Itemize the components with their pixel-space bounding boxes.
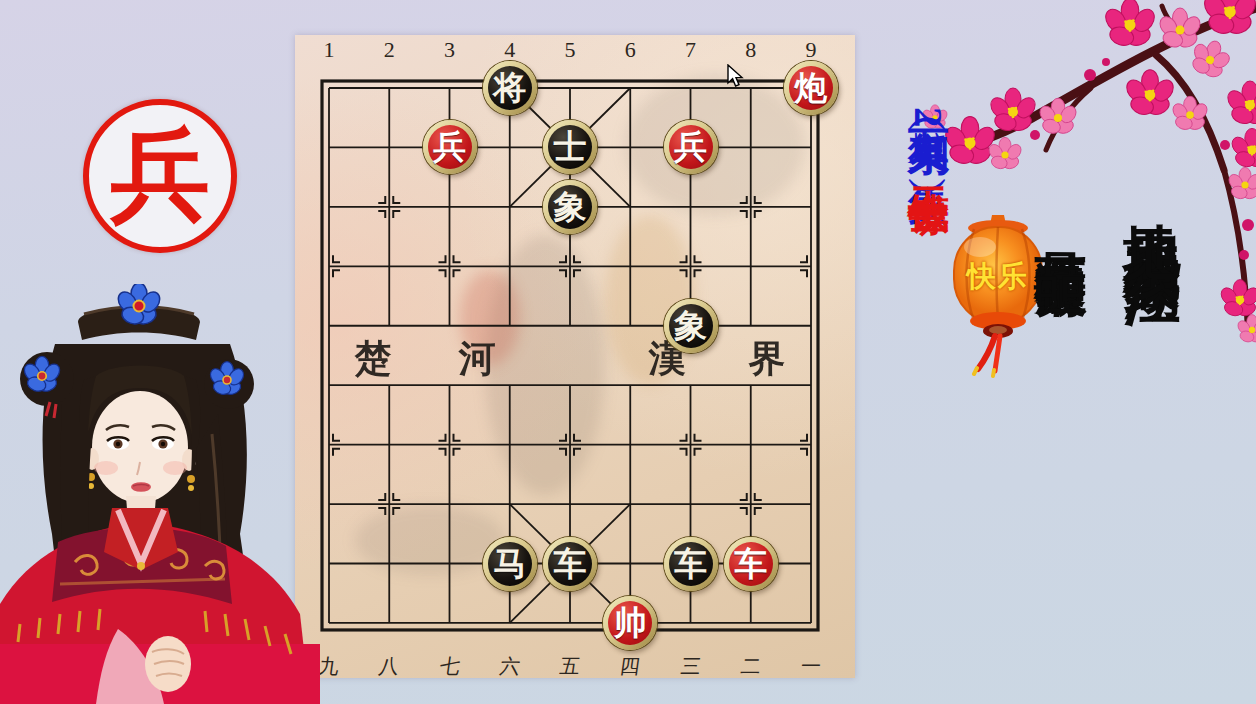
file-label-top-5: 5 [556,37,584,63]
piece-glyph: 将 [493,66,526,110]
piece-face: 车 [729,542,773,586]
piece-face: 兵 [669,125,713,169]
series-name: 万集系列（21集） [906,97,952,156]
piece-black-马-file4-row8[interactable]: 马 [483,537,537,591]
file-label-top-8: 8 [737,37,765,63]
file-label-bottom-7: 三 [675,653,707,680]
piece-glyph: 车 [554,542,587,586]
file-label-top-3: 3 [436,37,464,63]
piece-glyph: 马 [493,542,526,586]
piece-face: 车 [548,542,592,586]
red-lantern: 快乐 [950,213,1050,378]
piece-glyph: 象 [674,304,707,348]
piece-face: 车 [669,542,713,586]
piece-glyph: 兵 [433,125,466,169]
piece-face: 炮 [789,66,833,110]
piece-black-将-file4-row0[interactable]: 将 [483,61,537,115]
piece-red-车-file8-row8[interactable]: 车 [724,537,778,591]
piece-face: 马 [488,542,532,586]
file-label-bottom-8: 二 [735,653,767,680]
plum-blossom-branch [856,0,1256,360]
file-label-top-6: 6 [616,37,644,63]
river-char-2: 河 [455,334,499,384]
file-label-bottom-2: 八 [373,653,405,680]
piece-glyph: 车 [734,542,767,586]
lantern-text: 快乐 [950,257,1046,297]
piece-face: 象 [669,304,713,348]
piece-glyph: 帅 [614,601,647,645]
piece-red-帅-file6-row9[interactable]: 帅 [603,596,657,650]
piece-glyph: 士 [554,125,587,169]
stamp-character: 兵 [110,126,210,226]
piece-glyph: 象 [554,185,587,229]
file-label-top-7: 7 [677,37,705,63]
file-label-bottom-3: 七 [434,653,466,680]
piece-red-兵-file3-row1[interactable]: 兵 [423,120,477,174]
file-label-top-4: 4 [496,37,524,63]
piece-face: 将 [488,66,532,110]
piece-face: 兵 [428,125,472,169]
qing-dynasty-lady-illustration [0,284,330,704]
piece-face: 士 [548,125,592,169]
file-label-bottom-5: 五 [554,653,586,680]
xiangqi-board-panel[interactable]: 123456789 九八七六五四三二一 楚河漢界 将炮兵士兵象象马车车车帅 [295,35,855,678]
piece-glyph: 车 [674,542,707,586]
file-label-top-1: 1 [315,37,343,63]
piece-face: 帅 [608,601,652,645]
file-label-bottom-9: 一 [795,653,827,680]
file-label-top-2: 2 [375,37,403,63]
file-label-top-9: 9 [797,37,825,63]
river-char-1: 楚 [351,334,395,384]
series-title-column: 万集系列（21集）十二金钱镖 [902,97,957,166]
river-char-4: 界 [745,334,789,384]
mouse-cursor [727,64,745,88]
piece-black-车-file5-row8[interactable]: 车 [543,537,597,591]
soldier-stamp-seal: 兵 [83,99,237,253]
video-frame: { "game": "xiangqi (Chinese chess) endga… [0,0,1256,704]
file-label-bottom-6: 四 [614,653,646,680]
piece-black-象-file7-row4[interactable]: 象 [664,299,718,353]
piece-glyph: 兵 [674,125,707,169]
piece-red-兵-file7-row1[interactable]: 兵 [664,120,718,174]
piece-black-车-file7-row8[interactable]: 车 [664,537,718,591]
piece-black-象-file5-row2[interactable]: 象 [543,180,597,234]
episode-title: 十二金钱镖 [906,156,952,166]
piece-glyph: 炮 [795,66,828,110]
piece-face: 象 [548,185,592,229]
piece-red-炮-file9-row0[interactable]: 炮 [784,61,838,115]
file-label-bottom-4: 六 [494,653,526,680]
